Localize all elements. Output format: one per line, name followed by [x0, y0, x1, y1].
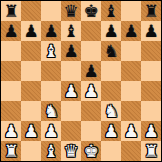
square-c6[interactable]: ♝: [41, 41, 61, 61]
square-c8[interactable]: [41, 1, 61, 21]
white-knight[interactable]: ♞: [43, 101, 58, 121]
square-b8[interactable]: [21, 1, 41, 21]
black-rook[interactable]: ♜: [3, 1, 18, 21]
white-pawn[interactable]: ♟: [23, 121, 38, 141]
white-queen[interactable]: ♛: [63, 141, 78, 161]
square-c5[interactable]: [41, 61, 61, 81]
square-h2[interactable]: ♟: [141, 121, 161, 141]
square-g6[interactable]: [121, 41, 141, 61]
square-f3[interactable]: ♞: [101, 101, 121, 121]
square-g5[interactable]: [121, 61, 141, 81]
square-b5[interactable]: [21, 61, 41, 81]
square-c4[interactable]: [41, 81, 61, 101]
square-h3[interactable]: [141, 101, 161, 121]
square-d3[interactable]: [61, 101, 81, 121]
white-pawn[interactable]: ♟: [83, 81, 98, 101]
black-queen[interactable]: ♛: [63, 1, 78, 21]
white-rook[interactable]: ♜: [143, 141, 158, 161]
square-b1[interactable]: [21, 141, 41, 161]
white-pawn[interactable]: ♟: [63, 81, 78, 101]
square-c7[interactable]: ♟: [41, 21, 61, 41]
square-h4[interactable]: [141, 81, 161, 101]
square-d4[interactable]: ♟: [61, 81, 81, 101]
square-b3[interactable]: [21, 101, 41, 121]
black-bishop[interactable]: ♝: [63, 21, 78, 41]
white-pawn[interactable]: ♟: [123, 121, 138, 141]
square-e4[interactable]: ♟: [81, 81, 101, 101]
square-a8[interactable]: ♜: [1, 1, 21, 21]
square-f1[interactable]: [101, 141, 121, 161]
square-g2[interactable]: ♟: [121, 121, 141, 141]
white-bishop[interactable]: ♝: [43, 41, 58, 61]
square-a3[interactable]: [1, 101, 21, 121]
square-a6[interactable]: [1, 41, 21, 61]
black-rook[interactable]: ♜: [143, 1, 158, 21]
white-rook[interactable]: ♜: [3, 141, 18, 161]
black-king[interactable]: ♚: [83, 1, 98, 21]
square-b4[interactable]: [21, 81, 41, 101]
black-pawn[interactable]: ♟: [83, 61, 98, 81]
white-bishop[interactable]: ♝: [43, 141, 58, 161]
square-g7[interactable]: ♟: [121, 21, 141, 41]
square-e2[interactable]: [81, 121, 101, 141]
square-e3[interactable]: [81, 101, 101, 121]
square-c2[interactable]: ♟: [41, 121, 61, 141]
square-b2[interactable]: ♟: [21, 121, 41, 141]
square-e6[interactable]: [81, 41, 101, 61]
square-f5[interactable]: [101, 61, 121, 81]
square-d8[interactable]: ♛: [61, 1, 81, 21]
square-f8[interactable]: ♝: [101, 1, 121, 21]
square-f4[interactable]: [101, 81, 121, 101]
black-pawn[interactable]: ♟: [103, 21, 118, 41]
black-pawn[interactable]: ♟: [43, 21, 58, 41]
square-d1[interactable]: ♛: [61, 141, 81, 161]
square-h6[interactable]: [141, 41, 161, 61]
square-e8[interactable]: ♚: [81, 1, 101, 21]
square-e1[interactable]: ♚: [81, 141, 101, 161]
white-pawn[interactable]: ♟: [43, 121, 58, 141]
square-e5[interactable]: ♟: [81, 61, 101, 81]
square-b7[interactable]: ♟: [21, 21, 41, 41]
white-pawn[interactable]: ♟: [3, 121, 18, 141]
black-pawn[interactable]: ♟: [143, 21, 158, 41]
square-h8[interactable]: ♜: [141, 1, 161, 21]
square-f2[interactable]: ♟: [101, 121, 121, 141]
square-h7[interactable]: ♟: [141, 21, 161, 41]
square-g3[interactable]: [121, 101, 141, 121]
white-king[interactable]: ♚: [83, 141, 98, 161]
black-bishop[interactable]: ♝: [103, 1, 118, 21]
square-b6[interactable]: [21, 41, 41, 61]
black-pawn[interactable]: ♟: [3, 21, 18, 41]
square-a7[interactable]: ♟: [1, 21, 21, 41]
square-g4[interactable]: [121, 81, 141, 101]
black-pawn[interactable]: ♟: [63, 41, 78, 61]
square-a4[interactable]: [1, 81, 21, 101]
square-e7[interactable]: [81, 21, 101, 41]
square-d5[interactable]: [61, 61, 81, 81]
black-knight[interactable]: ♞: [103, 41, 118, 61]
square-g8[interactable]: [121, 1, 141, 21]
square-h1[interactable]: ♜: [141, 141, 161, 161]
square-h5[interactable]: [141, 61, 161, 81]
square-f7[interactable]: ♟: [101, 21, 121, 41]
white-knight[interactable]: ♞: [103, 101, 118, 121]
square-c1[interactable]: ♝: [41, 141, 61, 161]
square-d2[interactable]: [61, 121, 81, 141]
black-pawn[interactable]: ♟: [23, 21, 38, 41]
square-c3[interactable]: ♞: [41, 101, 61, 121]
square-a2[interactable]: ♟: [1, 121, 21, 141]
square-g1[interactable]: [121, 141, 141, 161]
square-a5[interactable]: [1, 61, 21, 81]
square-d6[interactable]: ♟: [61, 41, 81, 61]
square-f6[interactable]: ♞: [101, 41, 121, 61]
square-a1[interactable]: ♜: [1, 141, 21, 161]
white-pawn[interactable]: ♟: [143, 121, 158, 141]
white-pawn[interactable]: ♟: [103, 121, 118, 141]
black-pawn[interactable]: ♟: [123, 21, 138, 41]
chess-board: ♜♛♚♝♜♟♟♟♝♟♟♟♝♟♞♟♟♟♞♞♟♟♟♟♟♟♜♝♛♚♜: [0, 0, 162, 162]
square-d7[interactable]: ♝: [61, 21, 81, 41]
